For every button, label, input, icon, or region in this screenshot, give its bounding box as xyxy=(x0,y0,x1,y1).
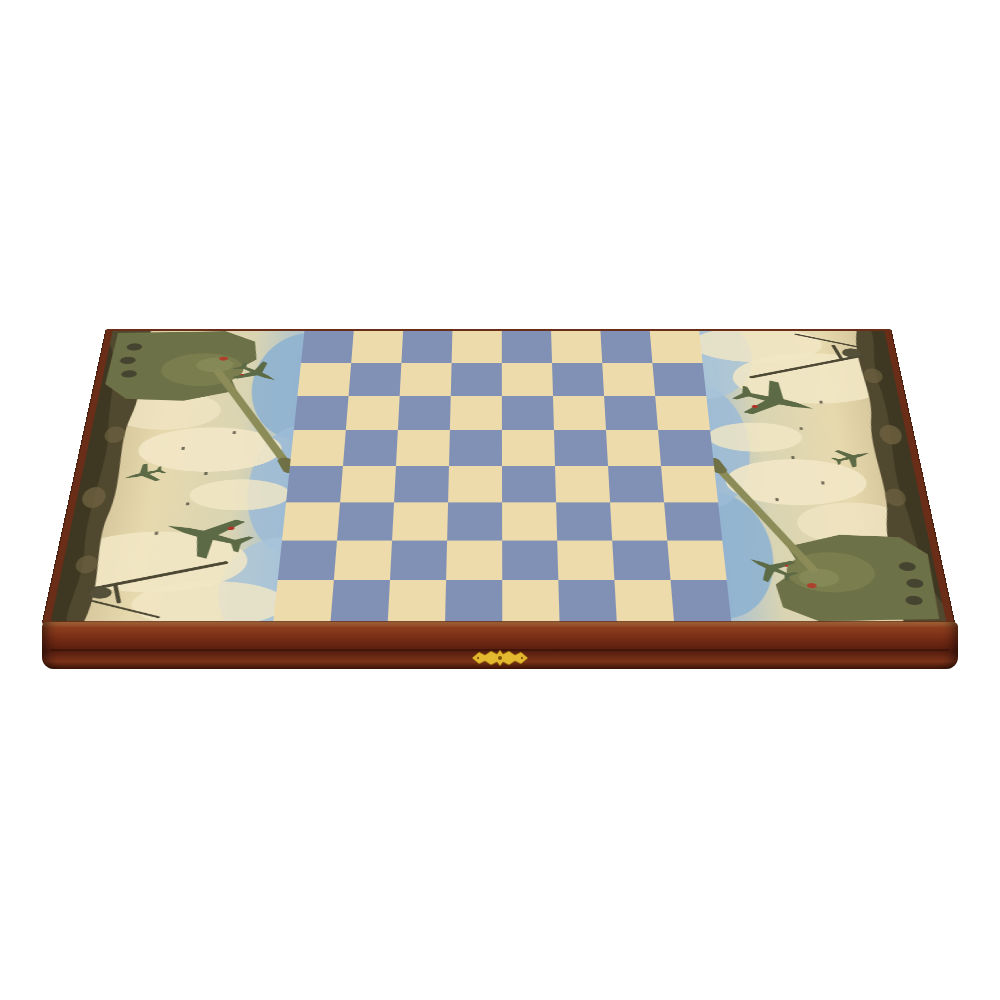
square-a2 xyxy=(278,540,337,580)
square-g2 xyxy=(612,540,670,580)
square-c1 xyxy=(388,580,446,621)
square-d4 xyxy=(448,466,502,503)
square-h2 xyxy=(667,540,726,580)
box-front-panel xyxy=(42,622,958,669)
brass-clasp-icon xyxy=(469,648,531,668)
square-b1 xyxy=(331,580,390,621)
square-c7 xyxy=(400,363,452,396)
square-a4 xyxy=(286,466,343,503)
square-a1 xyxy=(273,580,334,621)
square-c8 xyxy=(401,331,452,363)
square-e5 xyxy=(502,430,555,465)
square-g4 xyxy=(608,466,664,503)
square-d6 xyxy=(450,396,502,430)
square-g5 xyxy=(606,430,661,465)
square-g8 xyxy=(600,331,652,363)
square-f2 xyxy=(557,540,614,580)
square-h8 xyxy=(650,331,703,363)
square-e6 xyxy=(502,396,554,430)
square-b4 xyxy=(340,466,396,503)
square-b5 xyxy=(343,430,398,465)
square-d3 xyxy=(447,502,502,540)
square-d7 xyxy=(451,363,502,396)
square-g7 xyxy=(602,363,655,396)
board-top-face xyxy=(43,329,955,624)
square-g1 xyxy=(614,580,674,621)
square-c5 xyxy=(396,430,450,465)
square-a6 xyxy=(294,396,349,430)
square-e8 xyxy=(502,331,552,363)
square-f7 xyxy=(552,363,604,396)
square-d8 xyxy=(452,331,502,363)
square-a8 xyxy=(301,331,354,363)
square-f1 xyxy=(558,580,616,621)
square-e1 xyxy=(502,580,559,621)
checkerboard xyxy=(273,331,731,621)
square-b8 xyxy=(351,331,403,363)
square-d1 xyxy=(445,580,502,621)
square-h6 xyxy=(655,396,710,430)
square-f5 xyxy=(554,430,608,465)
right-art-panel xyxy=(699,331,946,621)
square-a5 xyxy=(290,430,346,465)
square-c4 xyxy=(394,466,449,503)
square-c6 xyxy=(398,396,451,430)
square-h4 xyxy=(661,466,718,503)
square-f4 xyxy=(555,466,610,503)
square-h3 xyxy=(664,502,722,540)
square-e4 xyxy=(502,466,556,503)
top-face-frame xyxy=(51,331,946,621)
square-f3 xyxy=(556,502,612,540)
square-e2 xyxy=(502,540,558,580)
left-art-panel xyxy=(51,331,305,621)
square-d2 xyxy=(446,540,502,580)
chess-box-photo xyxy=(0,0,1000,1000)
square-b3 xyxy=(337,502,394,540)
square-e3 xyxy=(502,502,557,540)
square-g3 xyxy=(610,502,667,540)
square-h1 xyxy=(671,580,732,621)
square-c3 xyxy=(392,502,448,540)
square-b7 xyxy=(349,363,402,396)
square-a3 xyxy=(282,502,340,540)
square-b2 xyxy=(334,540,392,580)
square-f6 xyxy=(553,396,606,430)
square-h7 xyxy=(652,363,706,396)
square-c2 xyxy=(390,540,447,580)
square-f8 xyxy=(551,331,602,363)
square-e7 xyxy=(502,363,553,396)
square-h5 xyxy=(658,430,714,465)
square-g6 xyxy=(604,396,658,430)
square-b6 xyxy=(346,396,400,430)
square-d5 xyxy=(449,430,502,465)
square-a7 xyxy=(297,363,351,396)
